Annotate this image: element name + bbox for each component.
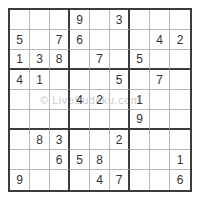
cell-r6c1-empty[interactable] bbox=[10, 110, 30, 130]
cell-r9c1-given: 9 bbox=[10, 170, 30, 190]
cell-r2c2-empty[interactable] bbox=[30, 30, 50, 50]
cell-r3c2-given: 3 bbox=[30, 50, 50, 70]
cell-r1c7-empty[interactable] bbox=[130, 10, 150, 30]
cell-r4c5-empty[interactable] bbox=[90, 70, 110, 90]
cell-r4c3-empty[interactable] bbox=[50, 70, 70, 90]
cell-r2c6-empty[interactable] bbox=[110, 30, 130, 50]
cell-r7c7-empty[interactable] bbox=[130, 130, 150, 150]
cell-r3c3-given: 8 bbox=[50, 50, 70, 70]
sudoku-page: © LiveSudoku.com 93576421387541574219832… bbox=[0, 0, 200, 200]
cell-r8c4-given: 5 bbox=[70, 150, 90, 170]
cell-r5c8-empty[interactable] bbox=[150, 90, 170, 110]
cell-r4c7-empty[interactable] bbox=[130, 70, 150, 90]
cell-r7c1-empty[interactable] bbox=[10, 130, 30, 150]
cell-r4c9-empty[interactable] bbox=[170, 70, 190, 90]
cell-r8c8-empty[interactable] bbox=[150, 150, 170, 170]
cell-r5c9-empty[interactable] bbox=[170, 90, 190, 110]
cell-r8c1-empty[interactable] bbox=[10, 150, 30, 170]
cell-r5c5-given: 2 bbox=[90, 90, 110, 110]
cell-r3c9-empty[interactable] bbox=[170, 50, 190, 70]
cell-r3c4-empty[interactable] bbox=[70, 50, 90, 70]
cell-r8c9-given: 1 bbox=[170, 150, 190, 170]
cell-r1c1-empty[interactable] bbox=[10, 10, 30, 30]
cell-r9c4-empty[interactable] bbox=[70, 170, 90, 190]
cell-r4c1-given: 4 bbox=[10, 70, 30, 90]
cell-r9c5-given: 4 bbox=[90, 170, 110, 190]
cell-r7c8-empty[interactable] bbox=[150, 130, 170, 150]
cell-r3c1-given: 1 bbox=[10, 50, 30, 70]
cell-r5c4-given: 4 bbox=[70, 90, 90, 110]
cell-r5c2-empty[interactable] bbox=[30, 90, 50, 110]
cell-r8c3-given: 6 bbox=[50, 150, 70, 170]
cell-r3c6-empty[interactable] bbox=[110, 50, 130, 70]
cell-r6c6-empty[interactable] bbox=[110, 110, 130, 130]
cell-r6c8-empty[interactable] bbox=[150, 110, 170, 130]
cell-r1c6-given: 3 bbox=[110, 10, 130, 30]
cell-r1c3-empty[interactable] bbox=[50, 10, 70, 30]
cell-r8c2-empty[interactable] bbox=[30, 150, 50, 170]
cell-r5c6-empty[interactable] bbox=[110, 90, 130, 110]
sudoku-board: © LiveSudoku.com 93576421387541574219832… bbox=[8, 8, 192, 192]
cell-r5c7-given: 1 bbox=[130, 90, 150, 110]
cell-r1c9-empty[interactable] bbox=[170, 10, 190, 30]
cell-r1c4-given: 9 bbox=[70, 10, 90, 30]
cell-r3c8-empty[interactable] bbox=[150, 50, 170, 70]
cell-r6c3-empty[interactable] bbox=[50, 110, 70, 130]
cell-r9c8-empty[interactable] bbox=[150, 170, 170, 190]
cell-r8c5-given: 8 bbox=[90, 150, 110, 170]
cell-r2c1-given: 5 bbox=[10, 30, 30, 50]
cell-r8c6-empty[interactable] bbox=[110, 150, 130, 170]
cell-r7c9-empty[interactable] bbox=[170, 130, 190, 150]
cell-r3c5-given: 7 bbox=[90, 50, 110, 70]
cell-r7c4-empty[interactable] bbox=[70, 130, 90, 150]
cell-r2c3-given: 7 bbox=[50, 30, 70, 50]
cell-r8c7-empty[interactable] bbox=[130, 150, 150, 170]
sudoku-grid: 9357642138754157421983265819476 bbox=[10, 10, 190, 190]
cell-r1c5-empty[interactable] bbox=[90, 10, 110, 30]
cell-r4c2-given: 1 bbox=[30, 70, 50, 90]
cell-r9c7-empty[interactable] bbox=[130, 170, 150, 190]
cell-r4c4-empty[interactable] bbox=[70, 70, 90, 90]
cell-r4c8-given: 7 bbox=[150, 70, 170, 90]
cell-r4c6-given: 5 bbox=[110, 70, 130, 90]
cell-r7c2-given: 8 bbox=[30, 130, 50, 150]
cell-r9c3-empty[interactable] bbox=[50, 170, 70, 190]
cell-r1c2-empty[interactable] bbox=[30, 10, 50, 30]
cell-r3c7-given: 5 bbox=[130, 50, 150, 70]
cell-r5c3-empty[interactable] bbox=[50, 90, 70, 110]
cell-r7c3-given: 3 bbox=[50, 130, 70, 150]
cell-r2c4-given: 6 bbox=[70, 30, 90, 50]
cell-r2c7-empty[interactable] bbox=[130, 30, 150, 50]
cell-r9c2-empty[interactable] bbox=[30, 170, 50, 190]
cell-r6c7-given: 9 bbox=[130, 110, 150, 130]
cell-r2c5-empty[interactable] bbox=[90, 30, 110, 50]
cell-r9c6-given: 7 bbox=[110, 170, 130, 190]
cell-r2c8-given: 4 bbox=[150, 30, 170, 50]
cell-r1c8-empty[interactable] bbox=[150, 10, 170, 30]
cell-r7c5-empty[interactable] bbox=[90, 130, 110, 150]
cell-r6c9-empty[interactable] bbox=[170, 110, 190, 130]
cell-r9c9-given: 6 bbox=[170, 170, 190, 190]
cell-r6c2-empty[interactable] bbox=[30, 110, 50, 130]
cell-r7c6-given: 2 bbox=[110, 130, 130, 150]
cell-r6c4-empty[interactable] bbox=[70, 110, 90, 130]
cell-r2c9-given: 2 bbox=[170, 30, 190, 50]
cell-r6c5-empty[interactable] bbox=[90, 110, 110, 130]
cell-r5c1-empty[interactable] bbox=[10, 90, 30, 110]
